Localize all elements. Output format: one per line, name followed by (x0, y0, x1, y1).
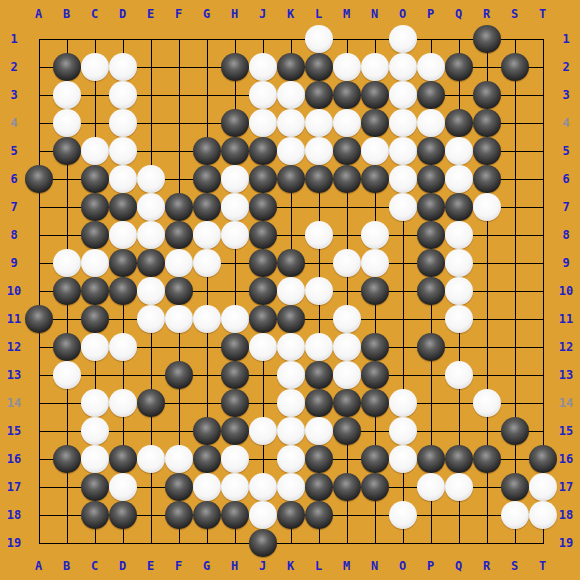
row-label-left: 7 (2, 199, 26, 215)
stone-black (361, 109, 389, 137)
stone-white (249, 81, 277, 109)
column-label-bottom: N (363, 558, 387, 574)
stone-black (417, 137, 445, 165)
row-label-left: 12 (2, 339, 26, 355)
column-label-top: C (83, 6, 107, 22)
stone-white (277, 473, 305, 501)
column-label-bottom: S (503, 558, 527, 574)
stone-black (193, 137, 221, 165)
stone-black (165, 277, 193, 305)
stone-white (529, 501, 557, 529)
stone-black (53, 277, 81, 305)
stone-white (53, 109, 81, 137)
stone-white (389, 445, 417, 473)
stone-white (109, 473, 137, 501)
column-label-bottom: B (55, 558, 79, 574)
stone-white (277, 333, 305, 361)
stone-white (137, 221, 165, 249)
stone-black (249, 305, 277, 333)
row-label-right: 16 (554, 451, 578, 467)
stone-white (361, 249, 389, 277)
row-label-left: 19 (2, 535, 26, 551)
stone-black (221, 417, 249, 445)
row-label-right: 10 (554, 283, 578, 299)
stone-white (81, 333, 109, 361)
column-label-bottom: Q (447, 558, 471, 574)
stone-white (333, 53, 361, 81)
row-label-left: 2 (2, 59, 26, 75)
stone-black (361, 333, 389, 361)
stone-white (389, 81, 417, 109)
stone-black (501, 417, 529, 445)
stone-black (137, 249, 165, 277)
row-label-right: 17 (554, 479, 578, 495)
stone-white (333, 249, 361, 277)
stone-black (305, 473, 333, 501)
column-label-bottom: H (223, 558, 247, 574)
row-label-left: 8 (2, 227, 26, 243)
row-label-left: 3 (2, 87, 26, 103)
stone-black (109, 193, 137, 221)
row-label-right: 5 (554, 143, 578, 159)
row-label-left: 11 (2, 311, 26, 327)
row-label-right: 13 (554, 367, 578, 383)
stone-white (81, 445, 109, 473)
column-label-top: F (167, 6, 191, 22)
column-label-bottom: T (531, 558, 555, 574)
stone-white (221, 445, 249, 473)
column-label-bottom: J (251, 558, 275, 574)
stone-black (361, 81, 389, 109)
stone-black (501, 53, 529, 81)
stone-black (277, 501, 305, 529)
stone-black (473, 25, 501, 53)
column-label-top: Q (447, 6, 471, 22)
row-label-left: 18 (2, 507, 26, 523)
stone-white (445, 473, 473, 501)
stone-black (305, 165, 333, 193)
row-label-right: 18 (554, 507, 578, 523)
stone-white (417, 53, 445, 81)
stone-white (249, 417, 277, 445)
stone-black (445, 53, 473, 81)
column-label-top: K (279, 6, 303, 22)
stone-white (249, 53, 277, 81)
column-label-top: E (139, 6, 163, 22)
stone-black (361, 389, 389, 417)
stone-black (165, 221, 193, 249)
stone-black (333, 417, 361, 445)
stone-black (53, 445, 81, 473)
stone-black (81, 473, 109, 501)
row-label-left: 6 (2, 171, 26, 187)
stone-white (109, 221, 137, 249)
stone-white (81, 249, 109, 277)
stone-white (445, 249, 473, 277)
stone-black (445, 193, 473, 221)
column-label-bottom: M (335, 558, 359, 574)
stone-white (137, 445, 165, 473)
stone-black (221, 389, 249, 417)
stone-white (473, 389, 501, 417)
stone-black (53, 333, 81, 361)
stone-black (333, 137, 361, 165)
stone-white (445, 305, 473, 333)
stone-black (417, 165, 445, 193)
stone-white (193, 305, 221, 333)
column-label-top: T (531, 6, 555, 22)
stone-black (473, 109, 501, 137)
stone-black (333, 81, 361, 109)
stone-black (249, 529, 277, 557)
stone-white (193, 473, 221, 501)
stone-black (249, 137, 277, 165)
stone-black (417, 277, 445, 305)
row-label-right: 8 (554, 227, 578, 243)
stone-white (193, 249, 221, 277)
stone-black (473, 137, 501, 165)
stone-white (165, 305, 193, 333)
column-label-top: M (335, 6, 359, 22)
stone-black (305, 501, 333, 529)
stone-white (361, 53, 389, 81)
stone-white (333, 109, 361, 137)
stone-black (25, 165, 53, 193)
stone-white (305, 137, 333, 165)
stone-black (445, 109, 473, 137)
column-label-top: P (419, 6, 443, 22)
stone-white (473, 193, 501, 221)
stone-white (445, 137, 473, 165)
row-label-right: 2 (554, 59, 578, 75)
column-label-bottom: D (111, 558, 135, 574)
row-label-left: 5 (2, 143, 26, 159)
stone-white (277, 109, 305, 137)
stone-white (249, 109, 277, 137)
row-label-left: 13 (2, 367, 26, 383)
stone-black (417, 221, 445, 249)
stone-black (333, 473, 361, 501)
stone-white (221, 193, 249, 221)
stone-black (109, 249, 137, 277)
stone-black (361, 473, 389, 501)
stone-white (389, 25, 417, 53)
column-label-bottom: C (83, 558, 107, 574)
stone-black (53, 137, 81, 165)
column-label-bottom: O (391, 558, 415, 574)
stone-black (221, 137, 249, 165)
stone-black (249, 193, 277, 221)
row-label-right: 19 (554, 535, 578, 551)
stone-white (389, 165, 417, 193)
stone-white (109, 81, 137, 109)
column-label-bottom: F (167, 558, 191, 574)
stone-black (193, 501, 221, 529)
row-label-right: 15 (554, 423, 578, 439)
stone-white (389, 193, 417, 221)
stone-white (137, 193, 165, 221)
row-label-right: 1 (554, 31, 578, 47)
stone-white (165, 249, 193, 277)
stone-black (305, 389, 333, 417)
row-label-left: 9 (2, 255, 26, 271)
stone-white (109, 333, 137, 361)
stone-black (53, 53, 81, 81)
stone-white (109, 53, 137, 81)
stone-black (165, 193, 193, 221)
stone-black (417, 445, 445, 473)
stone-black (501, 473, 529, 501)
go-board[interactable]: ABCDEFGHJKLMNOPQRST ABCDEFGHJKLMNOPQRST … (0, 0, 580, 580)
stone-black (277, 165, 305, 193)
stone-white (109, 137, 137, 165)
row-label-left: 4 (2, 115, 26, 131)
column-label-bottom: L (307, 558, 331, 574)
stone-black (193, 417, 221, 445)
stone-black (165, 361, 193, 389)
stone-white (81, 53, 109, 81)
stone-black (361, 445, 389, 473)
grid-line-vertical (515, 39, 516, 544)
stone-black (417, 193, 445, 221)
stone-white (137, 277, 165, 305)
stone-black (81, 277, 109, 305)
row-label-right: 11 (554, 311, 578, 327)
stone-white (445, 221, 473, 249)
column-label-bottom: P (419, 558, 443, 574)
stone-white (305, 333, 333, 361)
stone-white (277, 361, 305, 389)
row-label-right: 4 (554, 115, 578, 131)
column-label-top: N (363, 6, 387, 22)
stone-white (445, 277, 473, 305)
stone-black (221, 333, 249, 361)
row-label-left: 15 (2, 423, 26, 439)
stone-white (305, 25, 333, 53)
stone-black (81, 501, 109, 529)
stone-white (501, 501, 529, 529)
stone-black (305, 81, 333, 109)
stone-white (389, 53, 417, 81)
row-label-right: 9 (554, 255, 578, 271)
stone-white (417, 109, 445, 137)
stone-white (361, 221, 389, 249)
stone-black (305, 445, 333, 473)
stone-black (193, 193, 221, 221)
row-label-right: 3 (554, 87, 578, 103)
stone-white (333, 333, 361, 361)
stone-white (277, 389, 305, 417)
stone-black (361, 277, 389, 305)
column-label-top: B (55, 6, 79, 22)
stone-black (361, 165, 389, 193)
stone-black (473, 445, 501, 473)
stone-black (277, 305, 305, 333)
stone-white (137, 165, 165, 193)
stone-black (249, 277, 277, 305)
row-label-left: 17 (2, 479, 26, 495)
stone-white (53, 249, 81, 277)
stone-white (81, 137, 109, 165)
stone-black (193, 165, 221, 193)
stone-white (249, 333, 277, 361)
stone-black (165, 501, 193, 529)
stone-white (221, 305, 249, 333)
stone-white (333, 305, 361, 333)
stone-black (249, 249, 277, 277)
stone-black (529, 445, 557, 473)
stone-black (221, 109, 249, 137)
stone-black (277, 249, 305, 277)
stone-white (445, 165, 473, 193)
row-label-right: 12 (554, 339, 578, 355)
stone-black (249, 221, 277, 249)
stone-white (389, 389, 417, 417)
column-label-top: R (475, 6, 499, 22)
stone-white (389, 417, 417, 445)
column-label-bottom: G (195, 558, 219, 574)
row-label-right: 14 (554, 395, 578, 411)
stone-black (81, 165, 109, 193)
stone-black (305, 53, 333, 81)
stone-black (109, 277, 137, 305)
stone-black (361, 361, 389, 389)
column-label-top: A (27, 6, 51, 22)
stone-black (25, 305, 53, 333)
stone-black (221, 361, 249, 389)
stone-black (417, 81, 445, 109)
stone-white (165, 445, 193, 473)
stone-white (389, 109, 417, 137)
stone-black (473, 81, 501, 109)
stone-white (389, 501, 417, 529)
stone-black (277, 53, 305, 81)
stone-white (53, 361, 81, 389)
stone-black (333, 165, 361, 193)
stone-white (109, 389, 137, 417)
stone-white (53, 81, 81, 109)
stone-white (137, 305, 165, 333)
stone-white (221, 473, 249, 501)
row-label-right: 7 (554, 199, 578, 215)
stone-white (305, 417, 333, 445)
stone-black (81, 305, 109, 333)
stone-white (305, 221, 333, 249)
stone-black (81, 193, 109, 221)
stone-white (249, 473, 277, 501)
stone-black (165, 473, 193, 501)
stone-black (221, 53, 249, 81)
stone-black (137, 389, 165, 417)
stone-white (277, 445, 305, 473)
row-label-left: 10 (2, 283, 26, 299)
row-label-left: 14 (2, 395, 26, 411)
stone-black (249, 165, 277, 193)
column-label-bottom: R (475, 558, 499, 574)
stone-white (109, 109, 137, 137)
stone-black (81, 221, 109, 249)
stone-white (81, 417, 109, 445)
stone-white (277, 137, 305, 165)
stone-black (221, 501, 249, 529)
stone-white (305, 277, 333, 305)
column-label-top: J (251, 6, 275, 22)
stone-white (81, 389, 109, 417)
row-label-left: 1 (2, 31, 26, 47)
column-label-top: G (195, 6, 219, 22)
stone-black (109, 501, 137, 529)
column-label-top: H (223, 6, 247, 22)
stone-black (109, 445, 137, 473)
stone-black (417, 249, 445, 277)
grid-line-horizontal (39, 543, 544, 544)
row-label-right: 6 (554, 171, 578, 187)
stone-black (445, 445, 473, 473)
stone-white (277, 417, 305, 445)
stone-white (277, 277, 305, 305)
column-label-top: L (307, 6, 331, 22)
stone-white (277, 81, 305, 109)
stone-white (109, 165, 137, 193)
column-label-top: D (111, 6, 135, 22)
stone-black (473, 165, 501, 193)
column-label-bottom: A (27, 558, 51, 574)
stone-white (333, 361, 361, 389)
stone-black (333, 389, 361, 417)
stone-white (529, 473, 557, 501)
row-label-left: 16 (2, 451, 26, 467)
stone-white (445, 361, 473, 389)
column-label-top: S (503, 6, 527, 22)
stone-black (305, 361, 333, 389)
stone-white (361, 137, 389, 165)
column-label-bottom: E (139, 558, 163, 574)
stone-white (417, 473, 445, 501)
stone-black (193, 445, 221, 473)
stone-black (417, 333, 445, 361)
stone-white (193, 221, 221, 249)
stone-white (249, 501, 277, 529)
stone-white (221, 221, 249, 249)
column-label-bottom: K (279, 558, 303, 574)
stone-white (221, 165, 249, 193)
stone-white (389, 137, 417, 165)
stone-white (305, 109, 333, 137)
column-label-top: O (391, 6, 415, 22)
